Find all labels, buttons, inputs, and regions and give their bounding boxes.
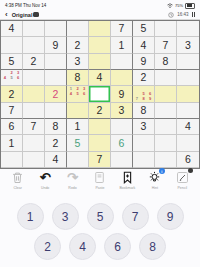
cell-r9c4[interactable] [67, 152, 89, 168]
hint-badge: i [159, 168, 165, 174]
pencil-marks: 23456 [2, 71, 22, 85]
cell-r5c2[interactable] [23, 86, 45, 102]
status-time-date: 4:38 PM Thu Nov 14 [5, 3, 46, 8]
cell-r8c9[interactable] [177, 135, 199, 151]
cell-r6c1[interactable]: 7 [1, 103, 23, 119]
cell-r8c7[interactable] [133, 135, 155, 151]
page-title: Original [12, 12, 40, 18]
tool-label: Clear [14, 186, 22, 190]
num-button-5[interactable]: 5 [87, 203, 114, 230]
pencil-marks: 56789 [134, 87, 154, 101]
cell-r6c4[interactable] [67, 103, 89, 119]
num-button-3[interactable]: 3 [52, 203, 79, 230]
pencil-icon [175, 170, 190, 185]
tool-label: Bookmark [120, 186, 136, 190]
cell-r1c9[interactable] [177, 21, 199, 37]
cell-r5c5[interactable] [89, 86, 111, 102]
cell-r4c3[interactable] [45, 70, 67, 86]
num-button-1[interactable]: 1 [17, 203, 44, 230]
cell-r7c7[interactable]: 3 [133, 119, 155, 135]
num-button-6[interactable]: 6 [104, 233, 131, 260]
redo-button[interactable]: ↷ Redo [62, 170, 84, 190]
cell-r2c7[interactable]: 4 [133, 37, 155, 53]
pause-button[interactable] [192, 12, 195, 17]
title-badge [33, 12, 39, 17]
cell-r9c9[interactable]: 6 [177, 152, 199, 168]
pencil-badge [188, 168, 193, 173]
cell-r2c1[interactable] [1, 37, 23, 53]
cell-r1c4[interactable] [67, 21, 89, 37]
cell-r1c8[interactable] [155, 21, 177, 37]
cell-r8c3[interactable]: 2 [45, 135, 67, 151]
cell-r9c1[interactable] [1, 152, 23, 168]
bookmark-button[interactable]: Bookmark [116, 170, 138, 190]
cell-r5c1[interactable]: 2 [1, 86, 23, 102]
cell-r1c3[interactable] [45, 21, 67, 37]
paste-icon [92, 170, 107, 185]
num-button-7[interactable]: 7 [122, 203, 149, 230]
cell-r8c1[interactable]: 1 [1, 135, 23, 151]
cell-r7c4[interactable]: 1 [67, 119, 89, 135]
clear-button[interactable]: Clear [7, 170, 29, 190]
tool-label: Paste [95, 186, 104, 190]
clock-icon [168, 12, 174, 18]
battery-icon [185, 3, 195, 9]
cell-r5c4[interactable]: 123456 [67, 86, 89, 102]
trash-icon [10, 170, 25, 185]
cell-r9c6[interactable] [111, 152, 133, 168]
tool-label: Undo [41, 186, 49, 190]
cell-r7c8[interactable] [155, 119, 177, 135]
cell-r4c2[interactable] [23, 70, 45, 86]
sudoku-board: 4759214735239823456842221234569567897238… [0, 20, 200, 169]
cell-r5c3[interactable]: 2 [45, 86, 67, 102]
pencil-marks: 123456 [68, 87, 88, 101]
cell-r4c6[interactable] [111, 70, 133, 86]
cell-r1c1[interactable]: 4 [1, 21, 23, 37]
battery-percent: 75% [175, 3, 183, 8]
timer-text: 16:43 [177, 12, 188, 17]
wifi-icon [167, 3, 173, 8]
cell-r5c6[interactable]: 9 [111, 86, 133, 102]
tool-label: Redo [68, 186, 76, 190]
cell-r7c6[interactable] [111, 119, 133, 135]
paste-button[interactable]: Paste [89, 170, 111, 190]
cell-r9c7[interactable] [133, 152, 155, 168]
cell-r9c5[interactable]: 7 [89, 152, 111, 168]
cell-r3c8[interactable]: 8 [155, 54, 177, 70]
cell-r4c9[interactable] [177, 70, 199, 86]
cell-r7c3[interactable]: 8 [45, 119, 67, 135]
cell-r2c5[interactable] [89, 37, 111, 53]
cell-r3c7[interactable]: 9 [133, 54, 155, 70]
num-button-2[interactable]: 2 [34, 233, 61, 260]
nav-bar: ‹ Original 16:43 [0, 10, 200, 20]
cell-r5c7[interactable]: 56789 [133, 86, 155, 102]
cell-r6c2[interactable] [23, 103, 45, 119]
cell-r6c7[interactable]: 8 [133, 103, 155, 119]
cell-r3c4[interactable]: 3 [67, 54, 89, 70]
cell-r8c5[interactable] [89, 135, 111, 151]
cell-r6c9[interactable] [177, 103, 199, 119]
cell-r1c2[interactable] [23, 21, 45, 37]
number-pad: 1 3 5 7 9 2 4 6 8 [0, 203, 200, 260]
cell-r8c4[interactable]: 5 [67, 135, 89, 151]
cell-r8c2[interactable] [23, 135, 45, 151]
redo-icon: ↷ [67, 170, 78, 185]
cell-r1c7[interactable]: 5 [133, 21, 155, 37]
cell-r3c1[interactable]: 5 [1, 54, 23, 70]
cell-r3c6[interactable] [111, 54, 133, 70]
cell-r6c5[interactable]: 2 [89, 103, 111, 119]
undo-icon: ↶ [40, 170, 51, 185]
cell-r5c8[interactable] [155, 86, 177, 102]
pencil-button[interactable]: Pencil [171, 170, 193, 190]
cell-r4c1[interactable]: 23456 [1, 70, 23, 86]
tool-label: Hint [152, 186, 158, 190]
cell-r7c1[interactable]: 6 [1, 119, 23, 135]
cell-r8c8[interactable] [155, 135, 177, 151]
cell-r5c9[interactable] [177, 86, 199, 102]
cell-r4c8[interactable] [155, 70, 177, 86]
cell-r3c2[interactable]: 2 [23, 54, 45, 70]
numpad-row-1: 1 3 5 7 9 [0, 203, 200, 230]
numpad-row-2: 2 4 6 8 [0, 233, 200, 260]
hint-button[interactable]: i Hint [144, 170, 166, 190]
cell-r2c8[interactable]: 7 [155, 37, 177, 53]
cell-r6c3[interactable] [45, 103, 67, 119]
cell-r3c3[interactable] [45, 54, 67, 70]
num-button-4[interactable]: 4 [69, 233, 96, 260]
back-button[interactable]: ‹ [5, 12, 8, 18]
cell-r2c3[interactable]: 9 [45, 37, 67, 53]
cell-r2c6[interactable]: 1 [111, 37, 133, 53]
cell-r9c3[interactable]: 4 [45, 152, 67, 168]
cell-r3c5[interactable] [89, 54, 111, 70]
cell-r3c9[interactable] [177, 54, 199, 70]
cell-r4c4[interactable]: 8 [67, 70, 89, 86]
undo-button[interactable]: ↶ Undo [34, 170, 56, 190]
cell-r1c6[interactable]: 7 [111, 21, 133, 37]
cell-r6c6[interactable]: 3 [111, 103, 133, 119]
status-bar: 4:38 PM Thu Nov 14 75% [0, 0, 200, 10]
tool-label: Pencil [177, 186, 187, 190]
cell-r2c2[interactable] [23, 37, 45, 53]
cell-r4c7[interactable]: 2 [133, 70, 155, 86]
cell-r7c2[interactable]: 7 [23, 119, 45, 135]
cell-r1c5[interactable] [89, 21, 111, 37]
cell-r7c5[interactable] [89, 119, 111, 135]
cell-r9c8[interactable] [155, 152, 177, 168]
cell-r7c9[interactable]: 4 [177, 119, 199, 135]
num-button-8[interactable]: 8 [139, 233, 166, 260]
toolbar: Clear ↶ Undo ↷ Redo Paste Bookmark i Hin… [0, 170, 200, 202]
cell-r2c4[interactable]: 2 [67, 37, 89, 53]
cell-r6c8[interactable] [155, 103, 177, 119]
cell-r8c6[interactable]: 6 [111, 135, 133, 151]
cell-r2c9[interactable]: 3 [177, 37, 199, 53]
cell-r4c5[interactable]: 4 [89, 70, 111, 86]
cell-r9c2[interactable] [23, 152, 45, 168]
bookmark-icon [120, 170, 135, 185]
num-button-9[interactable]: 9 [157, 203, 184, 230]
